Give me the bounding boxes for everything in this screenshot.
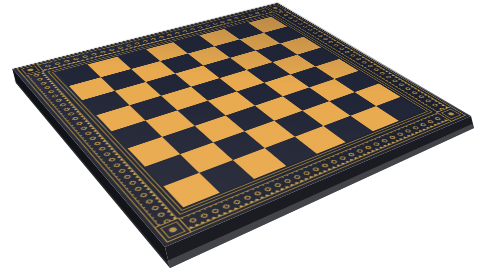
board-face: [12, 2, 471, 247]
product-photo: [0, 0, 480, 274]
chess-board: [12, 2, 471, 247]
